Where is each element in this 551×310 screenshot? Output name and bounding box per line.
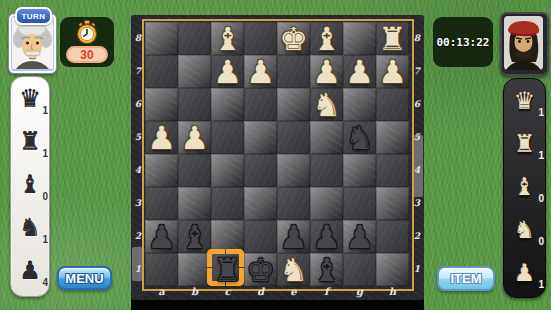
stopwatch-icon [76, 20, 98, 45]
square-h6[interactable] [376, 88, 409, 121]
captured-rook-count: 1 [42, 148, 48, 159]
captured-pawn-row: ♟4 [11, 249, 49, 292]
square-h2[interactable] [376, 220, 409, 253]
file-label-f: f [310, 286, 343, 297]
rank-label-6: 6 [410, 99, 424, 109]
square-a5[interactable] [145, 121, 178, 154]
square-d6[interactable] [244, 88, 277, 121]
captured-queen-count: 1 [42, 105, 48, 116]
square-c3[interactable] [211, 187, 244, 220]
captured-pawn-count: 4 [42, 277, 48, 288]
square-c4[interactable] [211, 154, 244, 187]
rank-label-1: 1 [131, 264, 145, 274]
file-label-a: a [145, 286, 178, 297]
black-pawn-icon: ♟ [19, 259, 41, 283]
square-g8[interactable] [343, 22, 376, 55]
captured-bishop-count: 0 [42, 191, 48, 202]
square-b3[interactable] [178, 187, 211, 220]
turn-badge: TURN [15, 7, 52, 25]
captured-rook-count: 1 [538, 150, 544, 161]
square-a2[interactable] [145, 220, 178, 253]
right-player-avatar [500, 12, 549, 76]
move-timer-value: 30 [80, 48, 93, 62]
square-d5[interactable] [244, 121, 277, 154]
captured-bishop-count: 0 [538, 193, 544, 204]
square-h3[interactable] [376, 187, 409, 220]
square-e6[interactable] [277, 88, 310, 121]
file-label-d: d [244, 286, 277, 297]
square-d2[interactable] [244, 220, 277, 253]
captured-queen-row: ♛1 [11, 77, 49, 120]
black-bishop-icon: ♝ [19, 173, 41, 197]
square-f6[interactable] [310, 88, 343, 121]
square-d3[interactable] [244, 187, 277, 220]
game-screen: ♝♚♝♜♟♟♟♟♟♞♟♟♞♟♝♟♟♟♜♚♞♝ 87654321 87654321… [0, 0, 551, 310]
square-d1[interactable] [244, 253, 277, 286]
square-g6[interactable] [343, 88, 376, 121]
square-a7[interactable] [145, 55, 178, 88]
square-f4[interactable] [310, 154, 343, 187]
square-g3[interactable] [343, 187, 376, 220]
item-button[interactable]: ITEM [437, 266, 495, 291]
move-timer-box: 30 [60, 17, 114, 67]
square-b5[interactable] [178, 121, 211, 154]
captured-rook-row: ♜1 [11, 120, 49, 163]
rank-label-5: 5 [410, 132, 424, 142]
captured-pawn-count: 1 [538, 279, 544, 290]
square-g1[interactable] [343, 253, 376, 286]
menu-button[interactable]: MENU [57, 266, 112, 290]
file-labels: abcdefgh [145, 286, 409, 300]
square-f5[interactable] [310, 121, 343, 154]
square-h4[interactable] [376, 154, 409, 187]
rank-label-8: 8 [410, 33, 424, 43]
square-g4[interactable] [343, 154, 376, 187]
file-label-c: c [211, 286, 244, 297]
rank-labels-left: 87654321 [131, 22, 145, 286]
square-g5[interactable] [343, 121, 376, 154]
rank-label-4: 4 [131, 165, 145, 175]
square-a1[interactable] [145, 253, 178, 286]
captured-knight-row: ♞1 [11, 206, 49, 249]
rank-label-6: 6 [131, 99, 145, 109]
rank-labels-right: 87654321 [410, 22, 424, 286]
square-b6[interactable] [178, 88, 211, 121]
square-f2[interactable] [310, 220, 343, 253]
square-e2[interactable] [277, 220, 310, 253]
square-d7[interactable] [244, 55, 277, 88]
square-c5[interactable] [211, 121, 244, 154]
file-label-g: g [343, 286, 376, 297]
square-e5[interactable] [277, 121, 310, 154]
captured-bishop-row: ♝0 [504, 165, 545, 208]
square-e3[interactable] [277, 187, 310, 220]
black-rook-icon: ♜ [19, 130, 41, 154]
square-f3[interactable] [310, 187, 343, 220]
file-label-e: e [277, 286, 310, 297]
rank-label-3: 3 [131, 198, 145, 208]
white-pawn-icon: ♟ [514, 261, 536, 285]
game-clock-value: 00:13:22 [437, 36, 490, 49]
menu-button-label: MENU [65, 271, 103, 286]
black-queen-icon: ♛ [19, 87, 41, 111]
square-c7[interactable] [211, 55, 244, 88]
rank-label-5: 5 [131, 132, 145, 142]
captured-knight-count: 0 [538, 236, 544, 247]
square-f8[interactable] [310, 22, 343, 55]
square-g7[interactable] [343, 55, 376, 88]
selected-square-highlight [207, 249, 244, 286]
board-grid [145, 22, 409, 286]
captured-tray-right: ♛1♜1♝0♞0♟1 [503, 78, 546, 298]
square-e8[interactable] [277, 22, 310, 55]
square-h8[interactable] [376, 22, 409, 55]
opponent-avatar-image [504, 16, 543, 70]
file-label-b: b [178, 286, 211, 297]
square-b8[interactable] [178, 22, 211, 55]
captured-queen-row: ♛1 [504, 79, 545, 122]
turn-badge-label: TURN [22, 12, 46, 21]
square-h5[interactable] [376, 121, 409, 154]
square-e1[interactable] [277, 253, 310, 286]
captured-rook-row: ♜1 [504, 122, 545, 165]
black-knight-icon: ♞ [19, 216, 41, 240]
rank-label-3: 3 [410, 198, 424, 208]
rank-label-2: 2 [410, 231, 424, 241]
square-f1[interactable] [310, 253, 343, 286]
white-bishop-icon: ♝ [514, 175, 536, 199]
rank-label-7: 7 [410, 66, 424, 76]
white-queen-icon: ♛ [514, 89, 536, 113]
captured-knight-row: ♞0 [504, 208, 545, 251]
file-label-h: h [376, 286, 409, 297]
rank-label-2: 2 [131, 231, 145, 241]
square-h1[interactable] [376, 253, 409, 286]
square-c8[interactable] [211, 22, 244, 55]
square-f7[interactable] [310, 55, 343, 88]
square-c6[interactable] [211, 88, 244, 121]
item-button-label: ITEM [450, 271, 481, 286]
chess-board: ♝♚♝♜♟♟♟♟♟♞♟♟♞♟♝♟♟♟♜♚♞♝ 87654321 87654321… [131, 15, 424, 300]
game-clock: 00:13:22 [433, 17, 493, 67]
white-rook-icon: ♜ [514, 132, 536, 156]
square-h7[interactable] [376, 55, 409, 88]
captured-pawn-row: ♟1 [504, 251, 545, 294]
rank-label-7: 7 [131, 66, 145, 76]
rank-label-4: 4 [410, 165, 424, 175]
square-a6[interactable] [145, 88, 178, 121]
square-a3[interactable] [145, 187, 178, 220]
square-a4[interactable] [145, 154, 178, 187]
square-e4[interactable] [277, 154, 310, 187]
square-d4[interactable] [244, 154, 277, 187]
square-g2[interactable] [343, 220, 376, 253]
captured-tray-left: ♛1♜1♝0♞1♟4 [10, 76, 50, 297]
captured-queen-count: 1 [538, 107, 544, 118]
move-timer: 30 [66, 46, 108, 63]
white-knight-icon: ♞ [514, 218, 536, 242]
square-d8[interactable] [244, 22, 277, 55]
rank-label-1: 1 [410, 264, 424, 274]
square-b7[interactable] [178, 55, 211, 88]
captured-knight-count: 1 [42, 234, 48, 245]
rank-label-8: 8 [131, 33, 145, 43]
square-a8[interactable] [145, 22, 178, 55]
captured-bishop-row: ♝0 [11, 163, 49, 206]
square-e7[interactable] [277, 55, 310, 88]
square-b4[interactable] [178, 154, 211, 187]
